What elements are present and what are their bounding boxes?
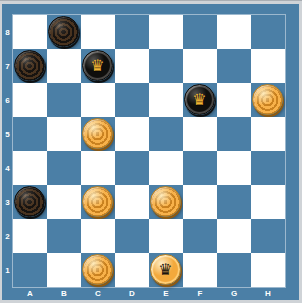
file-label-a: A bbox=[13, 287, 47, 300]
square-h7[interactable] bbox=[251, 49, 285, 83]
square-a6[interactable] bbox=[13, 83, 47, 117]
rank-labels: 87654321 bbox=[2, 15, 13, 287]
square-e2[interactable] bbox=[149, 219, 183, 253]
square-f2[interactable] bbox=[183, 219, 217, 253]
square-h8[interactable] bbox=[251, 15, 285, 49]
square-h1[interactable] bbox=[251, 253, 285, 287]
square-d8[interactable] bbox=[115, 15, 149, 49]
square-g5[interactable] bbox=[217, 117, 251, 151]
rank-label-7: 7 bbox=[2, 49, 13, 83]
piece-white-man-c1[interactable] bbox=[82, 254, 113, 285]
square-e5[interactable] bbox=[149, 117, 183, 151]
square-b7[interactable] bbox=[47, 49, 81, 83]
square-d6[interactable] bbox=[115, 83, 149, 117]
file-label-d: D bbox=[115, 287, 149, 300]
square-f1[interactable] bbox=[183, 253, 217, 287]
piece-white-king-e1[interactable]: ♛ bbox=[150, 254, 181, 285]
square-f6[interactable]: ♛ bbox=[183, 83, 217, 117]
king-crown-icon: ♛ bbox=[151, 255, 180, 284]
file-label-g: G bbox=[217, 287, 251, 300]
piece-black-man-b8[interactable] bbox=[48, 16, 79, 47]
square-c7[interactable]: ♛ bbox=[81, 49, 115, 83]
file-label-b: B bbox=[47, 287, 81, 300]
square-e1[interactable]: ♛ bbox=[149, 253, 183, 287]
file-label-c: C bbox=[81, 287, 115, 300]
square-g2[interactable] bbox=[217, 219, 251, 253]
square-h2[interactable] bbox=[251, 219, 285, 253]
square-b8[interactable] bbox=[47, 15, 81, 49]
square-c3[interactable] bbox=[81, 185, 115, 219]
file-label-e: E bbox=[149, 287, 183, 300]
file-label-h: H bbox=[251, 287, 285, 300]
file-label-f: F bbox=[183, 287, 217, 300]
square-h4[interactable] bbox=[251, 151, 285, 185]
square-f7[interactable] bbox=[183, 49, 217, 83]
rank-label-5: 5 bbox=[2, 117, 13, 151]
piece-white-man-c5[interactable] bbox=[82, 118, 113, 149]
square-b2[interactable] bbox=[47, 219, 81, 253]
square-h5[interactable] bbox=[251, 117, 285, 151]
square-d4[interactable] bbox=[115, 151, 149, 185]
square-c2[interactable] bbox=[81, 219, 115, 253]
square-c5[interactable] bbox=[81, 117, 115, 151]
square-d5[interactable] bbox=[115, 117, 149, 151]
square-f4[interactable] bbox=[183, 151, 217, 185]
square-g7[interactable] bbox=[217, 49, 251, 83]
square-h6[interactable] bbox=[251, 83, 285, 117]
square-g8[interactable] bbox=[217, 15, 251, 49]
square-e4[interactable] bbox=[149, 151, 183, 185]
square-a4[interactable] bbox=[13, 151, 47, 185]
square-d7[interactable] bbox=[115, 49, 149, 83]
rank-label-1: 1 bbox=[2, 253, 13, 287]
square-a7[interactable] bbox=[13, 49, 47, 83]
square-a2[interactable] bbox=[13, 219, 47, 253]
square-e3[interactable] bbox=[149, 185, 183, 219]
piece-black-king-f6[interactable]: ♛ bbox=[184, 84, 215, 115]
rank-label-4: 4 bbox=[2, 151, 13, 185]
square-c1[interactable] bbox=[81, 253, 115, 287]
square-b6[interactable] bbox=[47, 83, 81, 117]
file-labels: ABCDEFGH bbox=[13, 287, 285, 300]
piece-white-man-h6[interactable] bbox=[252, 84, 283, 115]
square-f5[interactable] bbox=[183, 117, 217, 151]
piece-black-man-a7[interactable] bbox=[14, 50, 45, 81]
square-g1[interactable] bbox=[217, 253, 251, 287]
rank-label-6: 6 bbox=[2, 83, 13, 117]
square-c6[interactable] bbox=[81, 83, 115, 117]
king-crown-icon: ♛ bbox=[83, 51, 112, 80]
square-d1[interactable] bbox=[115, 253, 149, 287]
square-a8[interactable] bbox=[13, 15, 47, 49]
square-c8[interactable] bbox=[81, 15, 115, 49]
square-f8[interactable] bbox=[183, 15, 217, 49]
square-e6[interactable] bbox=[149, 83, 183, 117]
square-e7[interactable] bbox=[149, 49, 183, 83]
square-d3[interactable] bbox=[115, 185, 149, 219]
piece-black-man-a3[interactable] bbox=[14, 186, 45, 217]
square-f3[interactable] bbox=[183, 185, 217, 219]
piece-black-king-c7[interactable]: ♛ bbox=[82, 50, 113, 81]
square-g4[interactable] bbox=[217, 151, 251, 185]
square-a5[interactable] bbox=[13, 117, 47, 151]
piece-white-man-c3[interactable] bbox=[82, 186, 113, 217]
rank-label-2: 2 bbox=[2, 219, 13, 253]
checkers-board: 87654321 ABCDEFGH ♛♛♛ bbox=[2, 4, 299, 300]
app-window: 87654321 ABCDEFGH ♛♛♛ bbox=[0, 0, 302, 303]
square-c4[interactable] bbox=[81, 151, 115, 185]
square-a1[interactable] bbox=[13, 253, 47, 287]
piece-white-man-e3[interactable] bbox=[150, 186, 181, 217]
square-d2[interactable] bbox=[115, 219, 149, 253]
square-b3[interactable] bbox=[47, 185, 81, 219]
square-e8[interactable] bbox=[149, 15, 183, 49]
square-a3[interactable] bbox=[13, 185, 47, 219]
square-g6[interactable] bbox=[217, 83, 251, 117]
rank-label-3: 3 bbox=[2, 185, 13, 219]
rank-label-8: 8 bbox=[2, 15, 13, 49]
square-b4[interactable] bbox=[47, 151, 81, 185]
board-grid: ♛♛♛ bbox=[13, 15, 285, 287]
square-g3[interactable] bbox=[217, 185, 251, 219]
king-crown-icon: ♛ bbox=[185, 85, 214, 114]
square-b1[interactable] bbox=[47, 253, 81, 287]
square-h3[interactable] bbox=[251, 185, 285, 219]
square-b5[interactable] bbox=[47, 117, 81, 151]
